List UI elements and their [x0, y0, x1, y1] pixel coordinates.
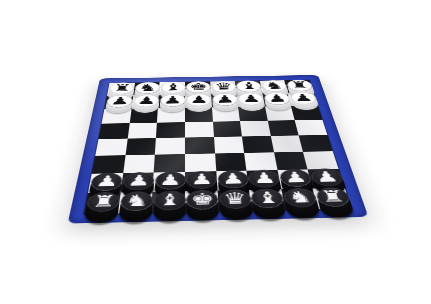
board-square	[238, 106, 267, 121]
board-square: ♟	[247, 170, 281, 190]
board-square	[123, 155, 155, 173]
board-square	[299, 135, 333, 152]
piece-glyph: ♝	[157, 192, 181, 208]
board-square	[291, 106, 322, 121]
black-rook-piece: ♜	[314, 187, 351, 207]
white-pawn-piece: ♟	[238, 93, 266, 106]
black-pawn-piece: ♟	[217, 170, 249, 188]
board-square	[212, 121, 242, 137]
white-rook-piece: ♜	[286, 79, 314, 91]
black-pawn-piece: ♟	[90, 172, 124, 191]
board-square	[303, 151, 338, 169]
black-knight-piece: ♞	[119, 191, 153, 211]
board-square	[127, 123, 157, 139]
board-square	[99, 123, 130, 139]
piece-glyph: ♟	[136, 95, 156, 106]
black-pawn-piece: ♟	[154, 171, 185, 190]
black-bishop-piece: ♝	[250, 188, 285, 208]
piece-glyph: ♛	[223, 190, 248, 206]
piece-glyph: ♟	[163, 95, 182, 106]
board-square	[129, 108, 158, 123]
board-square: ♟	[185, 171, 217, 191]
piece-glyph: ♜	[112, 83, 132, 93]
board-square	[244, 152, 277, 170]
piece-glyph: ♜	[289, 80, 310, 90]
board-square	[92, 155, 125, 174]
board-square	[242, 136, 274, 153]
piece-glyph: ♚	[189, 82, 208, 92]
board-square	[95, 139, 127, 156]
board-square: ♟	[288, 92, 318, 106]
black-pawn-piece: ♟	[122, 172, 155, 191]
white-pawn-piece: ♟	[106, 95, 134, 108]
board-square: ♝	[249, 189, 285, 210]
board-square: ♟	[236, 93, 264, 107]
board-square	[265, 106, 295, 121]
board-square	[156, 122, 185, 138]
board-square	[157, 108, 185, 123]
chess-board-grid: ♜♞♝♚♛♝♞♜♟♟♟♟♟♟♟♟♟♟♟♟♟♟♟♟♜♞♝♚♛♝♞♜	[84, 80, 352, 214]
white-pawn-piece: ♟	[133, 94, 160, 107]
board-square	[271, 135, 304, 152]
board-square: ♜	[313, 188, 352, 209]
board-square: ♟	[153, 172, 185, 192]
piece-glyph: ♟	[159, 172, 182, 187]
piece-glyph: ♞	[124, 192, 149, 208]
black-king-piece: ♚	[186, 190, 219, 210]
board-square: ♞	[281, 189, 318, 210]
board-square: ♟	[131, 95, 159, 109]
board-square: ♟	[211, 94, 239, 108]
piece-glyph: ♟	[110, 96, 131, 107]
piece-glyph: ♛	[214, 81, 233, 91]
black-rook-piece: ♜	[86, 192, 121, 212]
board-square: ♟	[185, 94, 212, 108]
board-square	[185, 153, 216, 171]
black-pawn-piece: ♟	[186, 171, 217, 189]
white-rook-piece: ♜	[108, 82, 135, 94]
board-square: ♟	[277, 169, 313, 189]
piece-glyph: ♟	[126, 173, 150, 188]
piece-glyph: ♟	[241, 93, 261, 103]
piece-glyph: ♝	[255, 190, 281, 206]
board-square: ♟	[120, 172, 154, 192]
board-square	[212, 107, 241, 122]
photo-scene: ♜♞♝♚♛♝♞♜♟♟♟♟♟♟♟♟♟♟♟♟♟♟♟♟♜♞♝♚♛♝♞♜	[0, 0, 431, 304]
board-square	[274, 152, 308, 170]
white-queen-piece: ♛	[211, 81, 237, 93]
piece-glyph: ♝	[164, 82, 183, 92]
white-pawn-piece: ♟	[186, 94, 212, 107]
board-square	[268, 120, 299, 136]
piece-glyph: ♚	[191, 191, 215, 207]
white-knight-piece: ♞	[261, 80, 288, 92]
board-square	[295, 120, 327, 136]
board-square: ♚	[185, 190, 219, 212]
piece-glyph: ♟	[189, 94, 208, 105]
piece-glyph: ♟	[94, 173, 119, 188]
board-square	[185, 122, 214, 138]
board-square	[185, 107, 213, 122]
black-queen-piece: ♛	[218, 189, 252, 209]
piece-glyph: ♜	[91, 193, 117, 210]
white-bishop-piece: ♝	[236, 80, 263, 92]
board-square	[240, 121, 271, 137]
board-square	[214, 136, 245, 153]
piece-glyph: ♟	[292, 93, 314, 103]
white-pawn-piece: ♟	[289, 92, 318, 105]
piece-glyph: ♜	[319, 188, 347, 204]
piece-glyph: ♟	[221, 171, 245, 186]
piece-glyph: ♟	[267, 93, 288, 103]
white-bishop-piece: ♝	[160, 82, 185, 94]
piece-glyph: ♟	[313, 169, 340, 184]
chess-mat: ♜♞♝♚♛♝♞♜♟♟♟♟♟♟♟♟♟♟♟♟♟♟♟♟♜♞♝♚♛♝♞♜	[68, 75, 369, 224]
piece-glyph: ♟	[252, 170, 277, 185]
board-square: ♟	[88, 173, 123, 193]
board-square: ♟	[216, 171, 249, 191]
board-square	[102, 109, 132, 124]
piece-glyph: ♞	[138, 83, 157, 93]
black-bishop-piece: ♝	[153, 190, 186, 210]
piece-glyph: ♝	[239, 81, 259, 91]
white-pawn-piece: ♟	[212, 93, 239, 106]
board-square: ♟	[158, 94, 185, 108]
board-square: ♟	[308, 169, 345, 189]
piece-glyph: ♟	[283, 170, 309, 185]
board-square: ♝	[151, 191, 185, 213]
board-square: ♟	[104, 95, 133, 109]
white-knight-piece: ♞	[134, 82, 160, 94]
board-square: ♟	[262, 93, 291, 107]
board-square	[155, 138, 185, 155]
board-square	[215, 153, 247, 171]
board-square	[185, 137, 215, 154]
piece-glyph: ♞	[287, 189, 314, 205]
white-king-piece: ♚	[186, 81, 211, 93]
black-pawn-piece: ♟	[309, 168, 345, 186]
white-pawn-piece: ♟	[159, 94, 185, 107]
piece-glyph: ♟	[190, 172, 213, 187]
piece-glyph: ♞	[264, 81, 284, 91]
board-square	[154, 154, 185, 172]
board-square	[125, 138, 156, 155]
board-square: ♞	[118, 192, 153, 214]
black-pawn-piece: ♟	[248, 169, 282, 187]
piece-glyph: ♟	[215, 94, 235, 104]
board-square: ♛	[217, 190, 252, 212]
board-square: ♜	[84, 193, 121, 215]
